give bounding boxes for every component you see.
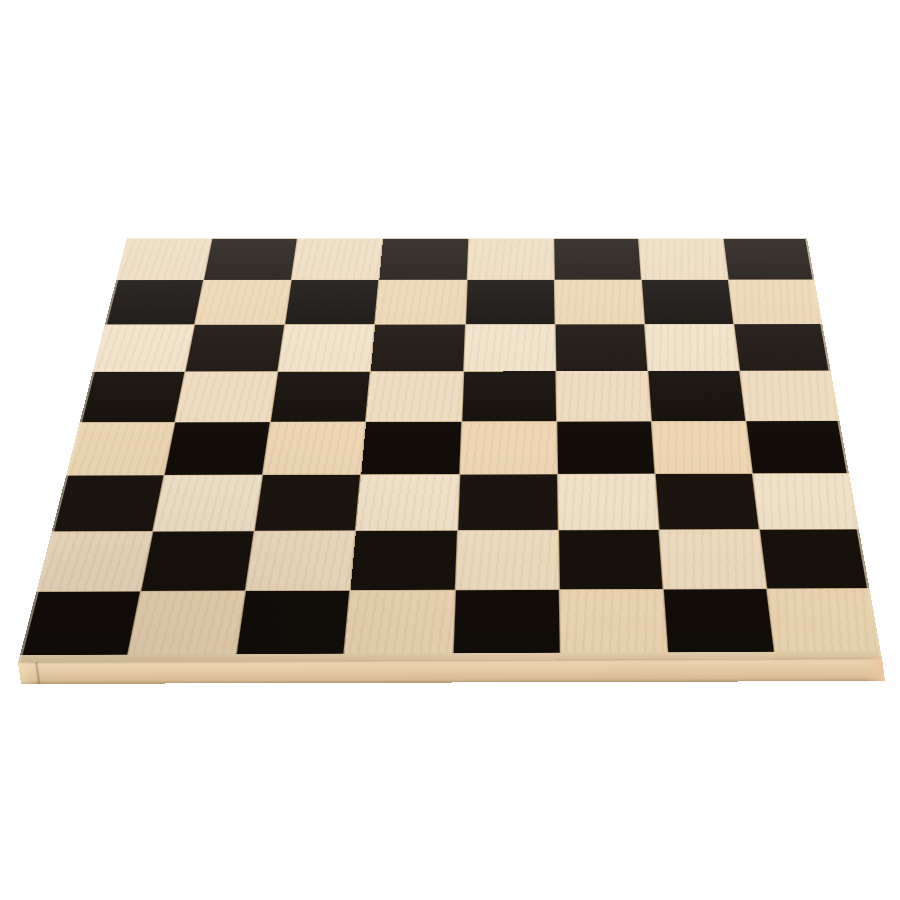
square-e7[interactable] <box>465 280 554 324</box>
square-e5[interactable] <box>462 372 556 421</box>
square-f6[interactable] <box>555 325 647 372</box>
square-g8[interactable] <box>639 238 728 280</box>
square-d8[interactable] <box>380 238 468 280</box>
square-e4[interactable] <box>460 421 557 473</box>
square-h5[interactable] <box>740 371 839 420</box>
square-c1[interactable] <box>237 591 350 654</box>
square-b2[interactable] <box>142 531 254 591</box>
square-d4[interactable] <box>362 422 461 474</box>
square-a7[interactable] <box>105 280 203 324</box>
square-b5[interactable] <box>176 372 278 422</box>
square-b8[interactable] <box>204 238 297 280</box>
square-f3[interactable] <box>558 474 658 530</box>
square-h4[interactable] <box>746 421 849 473</box>
square-d7[interactable] <box>376 280 467 324</box>
square-c7[interactable] <box>286 280 379 324</box>
square-g3[interactable] <box>655 474 758 530</box>
square-g1[interactable] <box>663 589 773 652</box>
square-g2[interactable] <box>659 530 766 589</box>
square-a8[interactable] <box>116 238 211 280</box>
square-c5[interactable] <box>271 372 370 421</box>
square-d5[interactable] <box>367 372 463 421</box>
square-e1[interactable] <box>453 590 559 653</box>
square-a5[interactable] <box>80 372 185 422</box>
square-d2[interactable] <box>351 531 456 590</box>
square-c6[interactable] <box>279 325 375 372</box>
square-e6[interactable] <box>464 325 555 372</box>
square-g6[interactable] <box>645 324 739 370</box>
square-a2[interactable] <box>36 532 152 592</box>
board-grid <box>20 238 881 655</box>
square-c3[interactable] <box>255 475 360 531</box>
square-g7[interactable] <box>642 280 733 324</box>
square-g4[interactable] <box>652 421 752 473</box>
square-h1[interactable] <box>767 589 880 652</box>
square-a1[interactable] <box>20 591 140 655</box>
square-f5[interactable] <box>556 372 650 421</box>
square-h2[interactable] <box>760 529 870 588</box>
square-f8[interactable] <box>554 238 641 280</box>
square-f1[interactable] <box>560 589 667 652</box>
square-h6[interactable] <box>734 324 830 370</box>
board-front-edge <box>18 658 885 684</box>
square-b1[interactable] <box>129 591 245 655</box>
square-c8[interactable] <box>292 238 383 280</box>
square-f7[interactable] <box>555 280 644 324</box>
square-d6[interactable] <box>371 325 464 372</box>
square-e2[interactable] <box>455 530 558 589</box>
square-h8[interactable] <box>723 238 814 280</box>
square-b6[interactable] <box>186 325 285 372</box>
square-h7[interactable] <box>729 280 823 324</box>
square-e3[interactable] <box>458 474 558 530</box>
product-photo-stage <box>0 0 900 900</box>
square-d1[interactable] <box>345 590 454 653</box>
square-f4[interactable] <box>557 421 654 473</box>
square-g5[interactable] <box>648 371 745 420</box>
square-a3[interactable] <box>52 475 164 531</box>
square-b7[interactable] <box>195 280 291 324</box>
square-c4[interactable] <box>263 422 365 475</box>
square-b4[interactable] <box>165 422 270 475</box>
square-f2[interactable] <box>559 530 663 589</box>
square-d3[interactable] <box>357 474 459 530</box>
square-b3[interactable] <box>154 475 263 531</box>
square-c2[interactable] <box>246 531 355 590</box>
front-right-end-grain <box>861 658 885 681</box>
square-a4[interactable] <box>66 422 174 475</box>
square-a6[interactable] <box>93 325 194 372</box>
square-e8[interactable] <box>467 238 553 280</box>
chessboard <box>18 238 882 663</box>
square-h3[interactable] <box>753 473 859 528</box>
